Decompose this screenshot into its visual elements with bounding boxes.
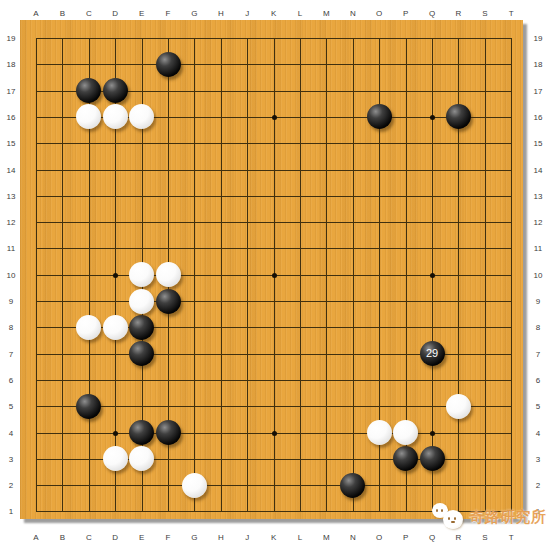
stone-white-e10[interactable] <box>129 262 154 287</box>
coord-label-left-1: 1 <box>9 507 13 516</box>
coord-label-bottom-q: Q <box>429 533 435 542</box>
coord-label-left-2: 2 <box>9 481 13 490</box>
stone-white-e9[interactable] <box>129 289 154 314</box>
coord-label-bottom-a: A <box>33 533 38 542</box>
grid-line-horizontal <box>36 301 512 302</box>
coord-label-left-6: 6 <box>9 375 13 384</box>
coord-label-top-e: E <box>139 9 144 18</box>
coord-label-left-13: 13 <box>7 191 16 200</box>
coord-label-left-14: 14 <box>7 165 16 174</box>
coord-label-right-3: 3 <box>536 454 540 463</box>
coord-label-right-18: 18 <box>534 60 543 69</box>
coord-label-left-12: 12 <box>7 218 16 227</box>
coord-label-left-4: 4 <box>9 428 13 437</box>
star-point-k10 <box>272 273 277 278</box>
coord-label-right-17: 17 <box>534 86 543 95</box>
coord-label-bottom-k: K <box>271 533 276 542</box>
stone-black-d17[interactable] <box>103 78 128 103</box>
watermark-text: 奇路研究所 <box>469 508 547 527</box>
star-point-q16 <box>430 115 435 120</box>
coord-label-top-p: P <box>403 9 408 18</box>
coord-label-top-r: R <box>456 9 462 18</box>
coord-label-right-9: 9 <box>536 297 540 306</box>
coord-label-top-k: K <box>271 9 276 18</box>
mascot-icon <box>430 501 466 531</box>
coord-label-bottom-p: P <box>403 533 408 542</box>
star-point-k16 <box>272 115 277 120</box>
mascot-face-large <box>443 510 463 529</box>
coord-label-right-15: 15 <box>534 139 543 148</box>
coord-label-bottom-d: D <box>112 533 118 542</box>
coord-label-left-9: 9 <box>9 297 13 306</box>
coord-label-right-8: 8 <box>536 323 540 332</box>
coord-label-top-j: J <box>245 9 249 18</box>
stone-black-c5[interactable] <box>76 394 101 419</box>
coord-label-right-2: 2 <box>536 481 540 490</box>
coord-label-bottom-b: B <box>60 533 65 542</box>
stone-white-g2[interactable] <box>182 473 207 498</box>
stone-white-d8[interactable] <box>103 315 128 340</box>
coord-label-bottom-f: F <box>166 533 171 542</box>
stone-white-o4[interactable] <box>367 420 392 445</box>
coord-label-top-t: T <box>509 9 514 18</box>
coord-label-left-11: 11 <box>7 244 15 253</box>
grid-line-vertical <box>485 38 486 512</box>
coord-label-top-l: L <box>298 9 302 18</box>
coord-label-left-15: 15 <box>7 139 16 148</box>
coord-label-top-a: A <box>33 9 38 18</box>
stone-black-q3[interactable] <box>420 446 445 471</box>
stone-black-r16[interactable] <box>446 104 471 129</box>
star-point-q4 <box>430 431 435 436</box>
coord-label-bottom-s: S <box>482 533 487 542</box>
coord-label-top-h: H <box>218 9 224 18</box>
coord-label-bottom-t: T <box>509 533 514 542</box>
grid-line-horizontal <box>36 406 512 407</box>
coord-label-top-s: S <box>482 9 487 18</box>
coord-label-top-n: N <box>350 9 356 18</box>
coord-label-left-10: 10 <box>7 270 16 279</box>
stone-black-p3[interactable] <box>393 446 418 471</box>
coord-label-top-f: F <box>166 9 171 18</box>
coord-label-bottom-j: J <box>245 533 249 542</box>
stone-white-p4[interactable] <box>393 420 418 445</box>
coord-label-top-b: B <box>60 9 65 18</box>
coord-label-left-16: 16 <box>7 112 16 121</box>
coord-label-left-5: 5 <box>9 402 13 411</box>
coord-label-right-13: 13 <box>534 191 543 200</box>
star-point-d4 <box>113 431 118 436</box>
grid-line-horizontal <box>36 485 512 486</box>
coord-label-bottom-g: G <box>191 533 197 542</box>
stone-black-f4[interactable] <box>156 420 181 445</box>
grid-line-vertical <box>353 38 354 512</box>
stone-black-o16[interactable] <box>367 104 392 129</box>
grid-line-vertical <box>300 38 301 512</box>
go-diagram-page: 29 奇路研究所 AABBCCDDEEFFGGHHJJKKLLMMNNOOPPQ… <box>0 0 550 550</box>
coord-label-left-18: 18 <box>7 60 16 69</box>
coord-label-bottom-r: R <box>456 533 462 542</box>
stone-white-e3[interactable] <box>129 446 154 471</box>
star-point-d10 <box>113 273 118 278</box>
stone-black-q7[interactable]: 29 <box>420 341 445 366</box>
coord-label-top-g: G <box>191 9 197 18</box>
coord-label-right-10: 10 <box>534 270 543 279</box>
coord-label-right-6: 6 <box>536 375 540 384</box>
stone-black-e7[interactable] <box>129 341 154 366</box>
stone-black-e4[interactable] <box>129 420 154 445</box>
coord-label-bottom-n: N <box>350 533 356 542</box>
go-board[interactable]: 29 <box>20 20 523 519</box>
coord-label-bottom-m: M <box>323 533 330 542</box>
stone-white-c16[interactable] <box>76 104 101 129</box>
coord-label-right-19: 19 <box>534 34 543 43</box>
stone-white-r5[interactable] <box>446 394 471 419</box>
coord-label-bottom-e: E <box>139 533 144 542</box>
coord-label-top-q: Q <box>429 9 435 18</box>
grid-line-vertical <box>326 38 327 512</box>
stone-black-f9[interactable] <box>156 289 181 314</box>
coord-label-top-c: C <box>86 9 92 18</box>
coord-label-right-4: 4 <box>536 428 540 437</box>
coord-label-bottom-c: C <box>86 533 92 542</box>
coord-label-right-14: 14 <box>534 165 543 174</box>
grid-line-vertical <box>511 38 512 512</box>
coord-label-left-19: 19 <box>7 34 16 43</box>
coord-label-left-3: 3 <box>9 454 13 463</box>
stone-white-f10[interactable] <box>156 262 181 287</box>
coord-label-left-8: 8 <box>9 323 13 332</box>
stone-white-c8[interactable] <box>76 315 101 340</box>
coord-label-top-o: O <box>376 9 382 18</box>
grid-line-horizontal <box>36 380 512 381</box>
move-number-label: 29 <box>420 341 445 366</box>
coord-label-right-12: 12 <box>534 218 543 227</box>
coord-label-top-d: D <box>112 9 118 18</box>
stone-black-n2[interactable] <box>340 473 365 498</box>
stone-black-c17[interactable] <box>76 78 101 103</box>
star-point-k4 <box>272 431 277 436</box>
watermark: 奇路研究所 <box>430 501 547 531</box>
coord-label-right-7: 7 <box>536 349 540 358</box>
coord-label-left-17: 17 <box>7 86 16 95</box>
coord-label-bottom-h: H <box>218 533 224 542</box>
stone-black-f18[interactable] <box>156 52 181 77</box>
stone-white-d3[interactable] <box>103 446 128 471</box>
coord-label-right-11: 11 <box>534 244 542 253</box>
coord-label-top-m: M <box>323 9 330 18</box>
stone-black-e8[interactable] <box>129 315 154 340</box>
coord-label-right-5: 5 <box>536 402 540 411</box>
star-point-q10 <box>430 273 435 278</box>
stone-white-d16[interactable] <box>103 104 128 129</box>
stone-white-e16[interactable] <box>129 104 154 129</box>
coord-label-bottom-o: O <box>376 533 382 542</box>
coord-label-bottom-l: L <box>298 533 302 542</box>
coord-label-left-7: 7 <box>9 349 13 358</box>
coord-label-right-16: 16 <box>534 112 543 121</box>
